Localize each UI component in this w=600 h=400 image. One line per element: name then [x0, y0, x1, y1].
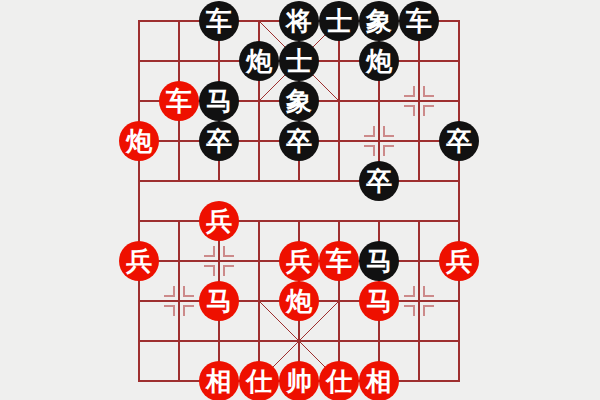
piece-red-advisor[interactable]: 仕 [239, 361, 279, 400]
point-marker [399, 81, 439, 121]
piece-black-rook[interactable]: 车 [199, 1, 239, 41]
piece-black-cannon[interactable]: 炮 [239, 41, 279, 81]
piece-red-rook[interactable]: 车 [319, 241, 359, 281]
point-marker [159, 281, 199, 321]
piece-black-soldier[interactable]: 卒 [279, 121, 319, 161]
piece-red-elephant[interactable]: 相 [199, 361, 239, 400]
piece-black-soldier[interactable]: 卒 [359, 161, 399, 201]
piece-black-horse[interactable]: 马 [199, 81, 239, 121]
piece-black-cannon[interactable]: 炮 [359, 41, 399, 81]
piece-black-general[interactable]: 将 [279, 1, 319, 41]
piece-red-cannon[interactable]: 炮 [279, 281, 319, 321]
piece-red-soldier[interactable]: 兵 [279, 241, 319, 281]
piece-black-soldier[interactable]: 卒 [439, 121, 479, 161]
piece-red-soldier[interactable]: 兵 [439, 241, 479, 281]
piece-red-rook[interactable]: 车 [159, 81, 199, 121]
point-marker [399, 281, 439, 321]
piece-red-advisor[interactable]: 仕 [319, 361, 359, 400]
piece-red-elephant[interactable]: 相 [359, 361, 399, 400]
piece-red-soldier[interactable]: 兵 [199, 201, 239, 241]
piece-red-cannon[interactable]: 炮 [119, 121, 159, 161]
piece-red-horse[interactable]: 马 [359, 281, 399, 321]
piece-black-advisor[interactable]: 士 [319, 1, 359, 41]
point-marker [199, 241, 239, 281]
piece-black-soldier[interactable]: 卒 [199, 121, 239, 161]
piece-black-rook[interactable]: 车 [399, 1, 439, 41]
piece-black-horse[interactable]: 马 [359, 241, 399, 281]
piece-red-general[interactable]: 帅 [279, 361, 319, 400]
xiangqi-board: 车将士象车炮士炮车马象炮卒卒卒卒兵兵兵车马兵马炮马相仕帅仕相 [119, 1, 479, 400]
piece-black-elephant[interactable]: 象 [279, 81, 319, 121]
xiangqi-app: 车将士象车炮士炮车马象炮卒卒卒卒兵兵兵车马兵马炮马相仕帅仕相 [0, 0, 600, 400]
piece-black-advisor[interactable]: 士 [279, 41, 319, 81]
piece-red-soldier[interactable]: 兵 [119, 241, 159, 281]
piece-black-elephant[interactable]: 象 [359, 1, 399, 41]
piece-red-horse[interactable]: 马 [199, 281, 239, 321]
point-marker [359, 121, 399, 161]
